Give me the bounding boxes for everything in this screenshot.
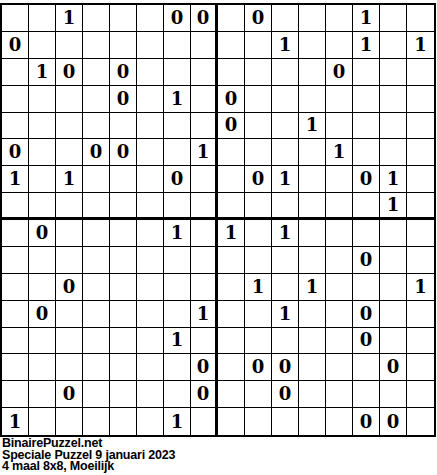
- cell-r13c10-empty[interactable]: [245, 328, 272, 355]
- cell-r13c4-empty[interactable]: [83, 328, 110, 355]
- cell-r13c15-empty[interactable]: [380, 328, 407, 355]
- cell-r16c6-empty[interactable]: [137, 408, 164, 435]
- cell-r7c2-empty[interactable]: [29, 166, 56, 193]
- cell-r2c11-given: 1: [272, 32, 299, 59]
- cell-r10c11-empty[interactable]: [272, 247, 299, 274]
- cell-r3c16-empty[interactable]: [407, 59, 434, 86]
- cell-r8c6-empty[interactable]: [137, 193, 164, 220]
- cell-r2c16-given: 1: [407, 32, 434, 59]
- cell-r6c14-empty[interactable]: [353, 139, 380, 166]
- cell-r3c13-given: 0: [326, 59, 353, 86]
- cell-r4c6-empty[interactable]: [137, 86, 164, 113]
- cell-r8c1-empty[interactable]: [2, 193, 29, 220]
- cell-r5c7-empty[interactable]: [164, 113, 191, 140]
- cell-r9c14-empty[interactable]: [353, 220, 380, 247]
- cell-r15c10-empty[interactable]: [245, 381, 272, 408]
- cell-r15c15-empty[interactable]: [380, 381, 407, 408]
- cell-r2c2-empty[interactable]: [29, 32, 56, 59]
- cell-r11c7-empty[interactable]: [164, 274, 191, 301]
- cell-r2c8-empty[interactable]: [191, 32, 218, 59]
- cell-r11c4-empty[interactable]: [83, 274, 110, 301]
- cell-r4c5-given: 0: [110, 86, 137, 113]
- cell-r15c16-empty[interactable]: [407, 381, 434, 408]
- cell-r14c9-empty[interactable]: [218, 354, 245, 381]
- cell-r8c10-empty[interactable]: [245, 193, 272, 220]
- cell-r10c12-empty[interactable]: [299, 247, 326, 274]
- cell-r16c3-empty[interactable]: [56, 408, 83, 435]
- cell-r8c15-given: 1: [380, 193, 407, 220]
- cell-r9c11-given: 1: [272, 220, 299, 247]
- cell-r6c6-empty[interactable]: [137, 139, 164, 166]
- cell-r5c10-empty[interactable]: [245, 113, 272, 140]
- cell-r14c1-empty[interactable]: [2, 354, 29, 381]
- cell-r9c12-empty[interactable]: [299, 220, 326, 247]
- cell-r15c6-empty[interactable]: [137, 381, 164, 408]
- cell-r5c14-empty[interactable]: [353, 113, 380, 140]
- cell-r2c13-empty[interactable]: [326, 32, 353, 59]
- cell-r1c6-empty[interactable]: [137, 5, 164, 32]
- cell-r1c4-empty[interactable]: [83, 5, 110, 32]
- cell-r7c7-given: 0: [164, 166, 191, 193]
- cell-r14c10-given: 0: [245, 354, 272, 381]
- cell-r4c15-empty[interactable]: [380, 86, 407, 113]
- cell-r8c8-empty[interactable]: [191, 193, 218, 220]
- cell-r9c4-empty[interactable]: [83, 220, 110, 247]
- cell-r1c5-empty[interactable]: [110, 5, 137, 32]
- cell-r7c16-empty[interactable]: [407, 166, 434, 193]
- cell-r5c15-empty[interactable]: [380, 113, 407, 140]
- cell-r6c9-empty[interactable]: [218, 139, 245, 166]
- cell-r10c8-empty[interactable]: [191, 247, 218, 274]
- cell-r5c4-empty[interactable]: [83, 113, 110, 140]
- cell-r16c15-given: 0: [380, 408, 407, 435]
- cell-r9c16-empty[interactable]: [407, 220, 434, 247]
- cell-r7c13-empty[interactable]: [326, 166, 353, 193]
- cell-r14c12-empty[interactable]: [299, 354, 326, 381]
- binary-puzzle-board: 1000101111000010010001111001011011100111…: [0, 3, 436, 437]
- cell-r2c12-empty[interactable]: [299, 32, 326, 59]
- puzzle-details: 4 maal 8x8, Moeilijk: [2, 461, 175, 473]
- cell-r11c11-empty[interactable]: [272, 274, 299, 301]
- cell-r1c10-given: 0: [245, 5, 272, 32]
- cell-r9c8-empty[interactable]: [191, 220, 218, 247]
- cell-r2c14-given: 1: [353, 32, 380, 59]
- cell-r13c13-empty[interactable]: [326, 328, 353, 355]
- cell-r16c9-empty[interactable]: [218, 408, 245, 435]
- cell-r10c9-empty[interactable]: [218, 247, 245, 274]
- cell-r12c14-given: 0: [353, 301, 380, 328]
- cell-r1c13-empty[interactable]: [326, 5, 353, 32]
- cell-r15c4-empty[interactable]: [83, 381, 110, 408]
- cell-r3c5-given: 0: [110, 59, 137, 86]
- cell-r6c10-empty[interactable]: [245, 139, 272, 166]
- cell-r1c15-empty[interactable]: [380, 5, 407, 32]
- cell-r4c16-empty[interactable]: [407, 86, 434, 113]
- cell-r13c5-empty[interactable]: [110, 328, 137, 355]
- cell-r10c14-given: 0: [353, 247, 380, 274]
- cell-r8c3-empty[interactable]: [56, 193, 83, 220]
- cell-r8c11-empty[interactable]: [272, 193, 299, 220]
- cell-r10c15-empty[interactable]: [380, 247, 407, 274]
- cell-r11c12-given: 1: [299, 274, 326, 301]
- cell-r15c8-given: 0: [191, 381, 218, 408]
- cell-r6c1-given: 0: [2, 139, 29, 166]
- cell-r1c11-empty[interactable]: [272, 5, 299, 32]
- cell-r8c7-empty[interactable]: [164, 193, 191, 220]
- cell-r8c9-empty[interactable]: [218, 193, 245, 220]
- cell-r9c15-empty[interactable]: [380, 220, 407, 247]
- cell-r10c16-empty[interactable]: [407, 247, 434, 274]
- cell-r9c6-empty[interactable]: [137, 220, 164, 247]
- cell-r5c6-empty[interactable]: [137, 113, 164, 140]
- cell-r12c12-empty[interactable]: [299, 301, 326, 328]
- cell-r4c3-empty[interactable]: [56, 86, 83, 113]
- cell-r16c1-given: 1: [2, 408, 29, 435]
- cell-r6c16-empty[interactable]: [407, 139, 434, 166]
- cell-r4c7-given: 1: [164, 86, 191, 113]
- cell-r11c3-given: 0: [56, 274, 83, 301]
- cell-r6c15-empty[interactable]: [380, 139, 407, 166]
- cell-r7c5-empty[interactable]: [110, 166, 137, 193]
- cell-r14c2-empty[interactable]: [29, 354, 56, 381]
- cell-r6c12-empty[interactable]: [299, 139, 326, 166]
- cell-r5c12-given: 1: [299, 113, 326, 140]
- cell-r15c9-empty[interactable]: [218, 381, 245, 408]
- cell-r14c11-given: 0: [272, 354, 299, 381]
- cell-r6c8-given: 1: [191, 139, 218, 166]
- cell-r2c4-empty[interactable]: [83, 32, 110, 59]
- cell-r7c1-given: 1: [2, 166, 29, 193]
- cell-r16c5-empty[interactable]: [110, 408, 137, 435]
- cell-r11c6-empty[interactable]: [137, 274, 164, 301]
- cell-r7c11-given: 1: [272, 166, 299, 193]
- cell-r4c12-empty[interactable]: [299, 86, 326, 113]
- cell-r6c4-given: 0: [83, 139, 110, 166]
- cell-r16c2-empty[interactable]: [29, 408, 56, 435]
- cell-r13c12-empty[interactable]: [299, 328, 326, 355]
- cell-r1c14-given: 1: [353, 5, 380, 32]
- cell-r12c9-empty[interactable]: [218, 301, 245, 328]
- cell-r14c3-empty[interactable]: [56, 354, 83, 381]
- cell-r7c14-given: 0: [353, 166, 380, 193]
- cell-r10c1-empty[interactable]: [2, 247, 29, 274]
- cell-r1c7-given: 0: [164, 5, 191, 32]
- cell-r7c3-given: 1: [56, 166, 83, 193]
- cell-r9c13-empty[interactable]: [326, 220, 353, 247]
- cell-r2c10-empty[interactable]: [245, 32, 272, 59]
- cell-r9c2-given: 0: [29, 220, 56, 247]
- cell-r6c13-given: 1: [326, 139, 353, 166]
- cell-r15c1-empty[interactable]: [2, 381, 29, 408]
- cell-r1c2-empty[interactable]: [29, 5, 56, 32]
- cell-r16c16-empty[interactable]: [407, 408, 434, 435]
- cell-r3c10-empty[interactable]: [245, 59, 272, 86]
- cell-r10c7-empty[interactable]: [164, 247, 191, 274]
- cell-r4c14-empty[interactable]: [353, 86, 380, 113]
- cell-r2c7-empty[interactable]: [164, 32, 191, 59]
- cell-r13c16-empty[interactable]: [407, 328, 434, 355]
- cell-r14c5-empty[interactable]: [110, 354, 137, 381]
- cell-r11c1-empty[interactable]: [2, 274, 29, 301]
- cell-r5c1-empty[interactable]: [2, 113, 29, 140]
- cell-r13c3-empty[interactable]: [56, 328, 83, 355]
- cell-r1c12-empty[interactable]: [299, 5, 326, 32]
- cell-r13c7-given: 1: [164, 328, 191, 355]
- cell-r3c3-given: 0: [56, 59, 83, 86]
- cell-r16c14-given: 0: [353, 408, 380, 435]
- cell-r1c9-empty[interactable]: [218, 5, 245, 32]
- cell-r12c4-empty[interactable]: [83, 301, 110, 328]
- cell-r5c13-empty[interactable]: [326, 113, 353, 140]
- cell-r5c2-empty[interactable]: [29, 113, 56, 140]
- cell-r3c6-empty[interactable]: [137, 59, 164, 86]
- cell-r12c15-empty[interactable]: [380, 301, 407, 328]
- cell-r9c10-empty[interactable]: [245, 220, 272, 247]
- cell-r8c14-empty[interactable]: [353, 193, 380, 220]
- cell-r12c10-empty[interactable]: [245, 301, 272, 328]
- cell-r10c5-empty[interactable]: [110, 247, 137, 274]
- cell-r3c8-empty[interactable]: [191, 59, 218, 86]
- cell-r4c13-empty[interactable]: [326, 86, 353, 113]
- cell-r7c15-given: 1: [380, 166, 407, 193]
- cell-r14c16-empty[interactable]: [407, 354, 434, 381]
- cell-r12c11-given: 1: [272, 301, 299, 328]
- cell-r5c16-empty[interactable]: [407, 113, 434, 140]
- cell-r16c4-empty[interactable]: [83, 408, 110, 435]
- cell-r13c14-given: 0: [353, 328, 380, 355]
- cell-r1c3-given: 1: [56, 5, 83, 32]
- cell-r15c3-given: 0: [56, 381, 83, 408]
- cell-r3c15-empty[interactable]: [380, 59, 407, 86]
- cell-r2c3-empty[interactable]: [56, 32, 83, 59]
- cell-r10c2-empty[interactable]: [29, 247, 56, 274]
- cell-r12c2-given: 0: [29, 301, 56, 328]
- cell-r7c8-empty[interactable]: [191, 166, 218, 193]
- cell-r15c5-empty[interactable]: [110, 381, 137, 408]
- cell-r5c3-empty[interactable]: [56, 113, 83, 140]
- cell-r1c16-empty[interactable]: [407, 5, 434, 32]
- cell-r9c5-empty[interactable]: [110, 220, 137, 247]
- cell-r3c9-empty[interactable]: [218, 59, 245, 86]
- cell-r11c2-empty[interactable]: [29, 274, 56, 301]
- cell-r11c15-empty[interactable]: [380, 274, 407, 301]
- cell-r5c5-empty[interactable]: [110, 113, 137, 140]
- cell-r9c3-empty[interactable]: [56, 220, 83, 247]
- cell-r7c6-empty[interactable]: [137, 166, 164, 193]
- cell-r15c14-empty[interactable]: [353, 381, 380, 408]
- cell-r7c10-given: 0: [245, 166, 272, 193]
- cell-r8c2-empty[interactable]: [29, 193, 56, 220]
- cell-r4c1-empty[interactable]: [2, 86, 29, 113]
- cell-r7c9-empty[interactable]: [218, 166, 245, 193]
- cell-r10c4-empty[interactable]: [83, 247, 110, 274]
- cell-r8c4-empty[interactable]: [83, 193, 110, 220]
- cell-r1c8-given: 0: [191, 5, 218, 32]
- cell-r3c14-empty[interactable]: [353, 59, 380, 86]
- cell-r6c5-given: 0: [110, 139, 137, 166]
- cell-r8c16-empty[interactable]: [407, 193, 434, 220]
- cell-r12c6-empty[interactable]: [137, 301, 164, 328]
- cell-r2c9-empty[interactable]: [218, 32, 245, 59]
- cell-r11c10-given: 1: [245, 274, 272, 301]
- cell-r2c1-given: 0: [2, 32, 29, 59]
- cell-r12c5-empty[interactable]: [110, 301, 137, 328]
- cell-r13c11-empty[interactable]: [272, 328, 299, 355]
- cell-r10c3-empty[interactable]: [56, 247, 83, 274]
- footer: BinairePuzzel.net Speciale Puzzel 9 janu…: [2, 438, 175, 473]
- cell-r7c4-empty[interactable]: [83, 166, 110, 193]
- cell-r2c6-empty[interactable]: [137, 32, 164, 59]
- cell-r8c13-empty[interactable]: [326, 193, 353, 220]
- cell-r14c4-empty[interactable]: [83, 354, 110, 381]
- cell-r15c7-empty[interactable]: [164, 381, 191, 408]
- cell-r9c7-given: 1: [164, 220, 191, 247]
- cell-r11c14-empty[interactable]: [353, 274, 380, 301]
- cell-r4c10-empty[interactable]: [245, 86, 272, 113]
- cell-r10c6-empty[interactable]: [137, 247, 164, 274]
- cell-r15c11-given: 0: [272, 381, 299, 408]
- cell-r16c7-given: 1: [164, 408, 191, 435]
- cell-r14c6-empty[interactable]: [137, 354, 164, 381]
- cell-r13c1-empty[interactable]: [2, 328, 29, 355]
- cell-r4c4-empty[interactable]: [83, 86, 110, 113]
- cell-r3c12-empty[interactable]: [299, 59, 326, 86]
- cell-r12c16-empty[interactable]: [407, 301, 434, 328]
- cell-r6c7-empty[interactable]: [164, 139, 191, 166]
- cell-r3c11-empty[interactable]: [272, 59, 299, 86]
- cell-r4c8-empty[interactable]: [191, 86, 218, 113]
- cell-r14c15-given: 0: [380, 354, 407, 381]
- cell-r3c2-given: 1: [29, 59, 56, 86]
- cell-r13c9-empty[interactable]: [218, 328, 245, 355]
- cell-r16c12-empty[interactable]: [299, 408, 326, 435]
- cell-r7c12-empty[interactable]: [299, 166, 326, 193]
- cell-r10c13-empty[interactable]: [326, 247, 353, 274]
- cell-r13c6-empty[interactable]: [137, 328, 164, 355]
- cell-r13c8-empty[interactable]: [191, 328, 218, 355]
- cell-r13c2-empty[interactable]: [29, 328, 56, 355]
- cell-r3c4-empty[interactable]: [83, 59, 110, 86]
- cell-r15c12-empty[interactable]: [299, 381, 326, 408]
- cell-r14c8-given: 0: [191, 354, 218, 381]
- cell-r6c11-empty[interactable]: [272, 139, 299, 166]
- cell-r11c5-empty[interactable]: [110, 274, 137, 301]
- cell-r8c5-empty[interactable]: [110, 193, 137, 220]
- cell-r10c10-empty[interactable]: [245, 247, 272, 274]
- cell-r15c13-empty[interactable]: [326, 381, 353, 408]
- cell-r6c3-empty[interactable]: [56, 139, 83, 166]
- cell-r12c7-empty[interactable]: [164, 301, 191, 328]
- cell-r12c1-empty[interactable]: [2, 301, 29, 328]
- cell-r11c13-empty[interactable]: [326, 274, 353, 301]
- cell-r1c1-empty[interactable]: [2, 5, 29, 32]
- cell-r2c5-empty[interactable]: [110, 32, 137, 59]
- cell-r4c11-empty[interactable]: [272, 86, 299, 113]
- cell-r14c14-empty[interactable]: [353, 354, 380, 381]
- cell-r9c1-empty[interactable]: [2, 220, 29, 247]
- cell-r6c2-empty[interactable]: [29, 139, 56, 166]
- cell-r5c9-given: 0: [218, 113, 245, 140]
- cell-r16c11-empty[interactable]: [272, 408, 299, 435]
- cell-r11c16-given: 1: [407, 274, 434, 301]
- cell-r11c8-empty[interactable]: [191, 274, 218, 301]
- cell-r12c8-given: 1: [191, 301, 218, 328]
- cell-r11c9-empty[interactable]: [218, 274, 245, 301]
- cell-r5c11-empty[interactable]: [272, 113, 299, 140]
- cell-r9c9-given: 1: [218, 220, 245, 247]
- cell-r3c7-empty[interactable]: [164, 59, 191, 86]
- cell-r15c2-empty[interactable]: [29, 381, 56, 408]
- cell-r16c13-empty[interactable]: [326, 408, 353, 435]
- cell-r14c7-empty[interactable]: [164, 354, 191, 381]
- cell-r5c8-empty[interactable]: [191, 113, 218, 140]
- cell-r3c1-empty[interactable]: [2, 59, 29, 86]
- cell-r16c10-empty[interactable]: [245, 408, 272, 435]
- cell-r14c13-empty[interactable]: [326, 354, 353, 381]
- cell-r4c2-empty[interactable]: [29, 86, 56, 113]
- cell-r8c12-empty[interactable]: [299, 193, 326, 220]
- cell-r12c13-empty[interactable]: [326, 301, 353, 328]
- cell-r12c3-empty[interactable]: [56, 301, 83, 328]
- cell-r16c8-empty[interactable]: [191, 408, 218, 435]
- cell-r2c15-empty[interactable]: [380, 32, 407, 59]
- cell-r4c9-given: 0: [218, 86, 245, 113]
